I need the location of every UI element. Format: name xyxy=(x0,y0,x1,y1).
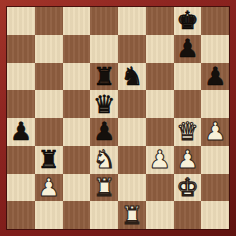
square-c7[interactable] xyxy=(63,35,91,63)
square-a3[interactable] xyxy=(7,146,35,174)
square-c4[interactable] xyxy=(63,118,91,146)
piece-white-pawn[interactable]: ♟ xyxy=(176,147,198,172)
square-h2[interactable] xyxy=(201,174,229,202)
square-a5[interactable] xyxy=(7,90,35,118)
square-a4[interactable]: ♟ xyxy=(7,118,35,146)
board-frame: ♚♟♜♞♟♛♟♟♛♟♜♞♟♟♟♜♚♜ xyxy=(0,0,236,236)
square-d5[interactable]: ♛ xyxy=(90,90,118,118)
square-d6[interactable]: ♜ xyxy=(90,63,118,91)
square-g4[interactable]: ♛ xyxy=(174,118,202,146)
square-b5[interactable] xyxy=(35,90,63,118)
square-h4[interactable]: ♟ xyxy=(201,118,229,146)
square-g7[interactable]: ♟ xyxy=(174,35,202,63)
square-c3[interactable] xyxy=(63,146,91,174)
square-d4[interactable]: ♟ xyxy=(90,118,118,146)
square-e7[interactable] xyxy=(118,35,146,63)
square-h8[interactable] xyxy=(201,7,229,35)
square-c5[interactable] xyxy=(63,90,91,118)
square-d8[interactable] xyxy=(90,7,118,35)
square-e4[interactable] xyxy=(118,118,146,146)
piece-white-pawn[interactable]: ♟ xyxy=(204,119,226,144)
square-g3[interactable]: ♟ xyxy=(174,146,202,174)
square-f6[interactable] xyxy=(146,63,174,91)
piece-white-pawn[interactable]: ♟ xyxy=(37,175,59,200)
piece-black-queen[interactable]: ♛ xyxy=(93,92,115,117)
piece-white-knight[interactable]: ♞ xyxy=(93,147,115,172)
square-f8[interactable] xyxy=(146,7,174,35)
square-a1[interactable] xyxy=(7,201,35,229)
square-b7[interactable] xyxy=(35,35,63,63)
piece-black-rook[interactable]: ♜ xyxy=(37,147,59,172)
piece-white-rook[interactable]: ♜ xyxy=(93,175,115,200)
piece-black-pawn[interactable]: ♟ xyxy=(176,36,198,61)
square-c1[interactable] xyxy=(63,201,91,229)
square-f5[interactable] xyxy=(146,90,174,118)
square-f3[interactable]: ♟ xyxy=(146,146,174,174)
square-h5[interactable] xyxy=(201,90,229,118)
square-b3[interactable]: ♜ xyxy=(35,146,63,174)
square-g1[interactable] xyxy=(174,201,202,229)
piece-white-rook[interactable]: ♜ xyxy=(121,203,143,228)
square-d7[interactable] xyxy=(90,35,118,63)
square-f4[interactable] xyxy=(146,118,174,146)
square-f7[interactable] xyxy=(146,35,174,63)
square-b4[interactable] xyxy=(35,118,63,146)
square-g8[interactable]: ♚ xyxy=(174,7,202,35)
square-a8[interactable] xyxy=(7,7,35,35)
square-d3[interactable]: ♞ xyxy=(90,146,118,174)
piece-black-knight[interactable]: ♞ xyxy=(121,64,143,89)
square-e3[interactable] xyxy=(118,146,146,174)
square-c2[interactable] xyxy=(63,174,91,202)
piece-black-king[interactable]: ♚ xyxy=(176,8,198,33)
square-f1[interactable] xyxy=(146,201,174,229)
piece-black-pawn[interactable]: ♟ xyxy=(10,119,32,144)
square-h3[interactable] xyxy=(201,146,229,174)
square-c6[interactable] xyxy=(63,63,91,91)
square-e2[interactable] xyxy=(118,174,146,202)
square-e5[interactable] xyxy=(118,90,146,118)
square-a7[interactable] xyxy=(7,35,35,63)
square-g6[interactable] xyxy=(174,63,202,91)
piece-black-pawn[interactable]: ♟ xyxy=(93,119,115,144)
square-g5[interactable] xyxy=(174,90,202,118)
square-g2[interactable]: ♚ xyxy=(174,174,202,202)
piece-black-rook[interactable]: ♜ xyxy=(93,64,115,89)
square-b2[interactable]: ♟ xyxy=(35,174,63,202)
square-a6[interactable] xyxy=(7,63,35,91)
square-e8[interactable] xyxy=(118,7,146,35)
piece-white-queen[interactable]: ♛ xyxy=(176,119,198,144)
square-c8[interactable] xyxy=(63,7,91,35)
square-e6[interactable]: ♞ xyxy=(118,63,146,91)
square-a2[interactable] xyxy=(7,174,35,202)
square-d2[interactable]: ♜ xyxy=(90,174,118,202)
square-d1[interactable] xyxy=(90,201,118,229)
square-f2[interactable] xyxy=(146,174,174,202)
square-b8[interactable] xyxy=(35,7,63,35)
square-e1[interactable]: ♜ xyxy=(118,201,146,229)
square-b1[interactable] xyxy=(35,201,63,229)
piece-black-pawn[interactable]: ♟ xyxy=(204,64,226,89)
square-h1[interactable] xyxy=(201,201,229,229)
square-h6[interactable]: ♟ xyxy=(201,63,229,91)
piece-white-king[interactable]: ♚ xyxy=(176,175,198,200)
square-h7[interactable] xyxy=(201,35,229,63)
square-b6[interactable] xyxy=(35,63,63,91)
chess-board: ♚♟♜♞♟♛♟♟♛♟♜♞♟♟♟♜♚♜ xyxy=(7,7,229,229)
piece-white-pawn[interactable]: ♟ xyxy=(148,147,170,172)
